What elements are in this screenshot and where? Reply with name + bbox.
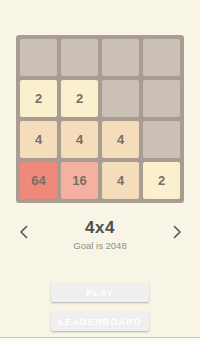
- tile-4: 4: [102, 121, 139, 158]
- tile-4: 4: [20, 121, 57, 158]
- empty-cell: [102, 39, 139, 76]
- screen-bottom-edge: [0, 337, 200, 341]
- chevron-right-glyph: [173, 225, 182, 239]
- goal-label: Goal is 2048: [0, 240, 200, 251]
- leaderboard-button[interactable]: LEADERBOARD: [51, 312, 149, 331]
- empty-cell: [143, 121, 180, 158]
- empty-cell: [20, 39, 57, 76]
- empty-cell: [61, 39, 98, 76]
- empty-cell: [143, 39, 180, 76]
- tile-4: 4: [102, 162, 139, 199]
- tile-16: 16: [61, 162, 98, 199]
- tile-2: 2: [20, 80, 57, 117]
- tile-64: 64: [20, 162, 57, 199]
- play-button[interactable]: PLAY: [51, 283, 149, 302]
- chevron-right-icon[interactable]: [170, 224, 184, 240]
- empty-cell: [102, 80, 139, 117]
- tile-2: 2: [61, 80, 98, 117]
- tile-4: 4: [61, 121, 98, 158]
- empty-cell: [143, 80, 180, 117]
- board[interactable]: 22444641642: [16, 35, 184, 203]
- tile-2: 2: [143, 162, 180, 199]
